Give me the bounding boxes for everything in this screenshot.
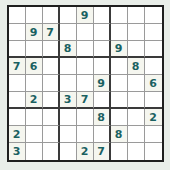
sudoku-cell-r2c3: 7: [43, 24, 60, 41]
sudoku-cell-r4c8: 8: [128, 58, 145, 75]
sudoku-cell-r5c9: 6: [145, 75, 162, 92]
sudoku-cell-r5c6: 9: [94, 75, 111, 92]
sudoku-cell-r2c5[interactable]: [77, 24, 94, 41]
sudoku-cell-r4c1: 7: [9, 58, 26, 75]
sudoku-cell-r8c6[interactable]: [94, 126, 111, 143]
sudoku-cell-r8c8[interactable]: [128, 126, 145, 143]
sudoku-cell-r4c3[interactable]: [43, 58, 60, 75]
sudoku-cell-r7c7[interactable]: [111, 109, 128, 126]
sudoku-cell-r7c9: 2: [145, 109, 162, 126]
sudoku-cell-r7c6: 8: [94, 109, 111, 126]
sudoku-cell-r9c7[interactable]: [111, 143, 128, 160]
sudoku-cell-r3c7: 9: [111, 41, 128, 58]
sudoku-cell-r1c8[interactable]: [128, 7, 145, 24]
sudoku-cell-r7c2[interactable]: [26, 109, 43, 126]
sudoku-cell-r5c2[interactable]: [26, 75, 43, 92]
sudoku-cell-r9c2[interactable]: [26, 143, 43, 160]
sudoku-board: 99789768962378228327: [7, 5, 164, 162]
sudoku-cell-r3c8[interactable]: [128, 41, 145, 58]
sudoku-cell-r3c5[interactable]: [77, 41, 94, 58]
sudoku-cell-r1c9[interactable]: [145, 7, 162, 24]
sudoku-cell-r9c6: 7: [94, 143, 111, 160]
sudoku-cell-r5c7[interactable]: [111, 75, 128, 92]
sudoku-cell-r2c2: 9: [26, 24, 43, 41]
sudoku-cell-r1c2[interactable]: [26, 7, 43, 24]
sudoku-cell-r9c9[interactable]: [145, 143, 162, 160]
sudoku-cell-r1c4[interactable]: [60, 7, 77, 24]
sudoku-cell-r6c2: 2: [26, 92, 43, 109]
sudoku-cell-r7c1[interactable]: [9, 109, 26, 126]
sudoku-cell-r5c1[interactable]: [9, 75, 26, 92]
sudoku-cell-r6c1[interactable]: [9, 92, 26, 109]
sudoku-cell-r3c2[interactable]: [26, 41, 43, 58]
sudoku-cell-r6c4: 3: [60, 92, 77, 109]
sudoku-cell-r1c1[interactable]: [9, 7, 26, 24]
sudoku-cell-r1c3[interactable]: [43, 7, 60, 24]
sudoku-cell-r3c9[interactable]: [145, 41, 162, 58]
sudoku-cell-r3c3[interactable]: [43, 41, 60, 58]
sudoku-cell-r3c1[interactable]: [9, 41, 26, 58]
sudoku-cell-r8c2[interactable]: [26, 126, 43, 143]
sudoku-cell-r1c5: 9: [77, 7, 94, 24]
sudoku-cell-r5c4[interactable]: [60, 75, 77, 92]
sudoku-cell-r4c5[interactable]: [77, 58, 94, 75]
sudoku-cell-r4c4[interactable]: [60, 58, 77, 75]
sudoku-cell-r3c6[interactable]: [94, 41, 111, 58]
sudoku-cell-r3c4: 8: [60, 41, 77, 58]
sudoku-cell-r9c1: 3: [9, 143, 26, 160]
sudoku-cell-r6c3[interactable]: [43, 92, 60, 109]
sudoku-cell-r7c4[interactable]: [60, 109, 77, 126]
sudoku-cell-r5c3[interactable]: [43, 75, 60, 92]
sudoku-cell-r8c7: 8: [111, 126, 128, 143]
sudoku-cell-r4c7[interactable]: [111, 58, 128, 75]
sudoku-cell-r7c8[interactable]: [128, 109, 145, 126]
sudoku-cell-r4c9[interactable]: [145, 58, 162, 75]
sudoku-cell-r1c6[interactable]: [94, 7, 111, 24]
sudoku-cell-r1c7[interactable]: [111, 7, 128, 24]
sudoku-cell-r2c1[interactable]: [9, 24, 26, 41]
sudoku-cell-r8c5[interactable]: [77, 126, 94, 143]
sudoku-cell-r2c8[interactable]: [128, 24, 145, 41]
sudoku-cell-r2c7[interactable]: [111, 24, 128, 41]
sudoku-cell-r8c9[interactable]: [145, 126, 162, 143]
sudoku-cell-r6c5: 7: [77, 92, 94, 109]
sudoku-cell-r4c2: 6: [26, 58, 43, 75]
sudoku-cell-r5c8[interactable]: [128, 75, 145, 92]
sudoku-cell-r7c3[interactable]: [43, 109, 60, 126]
sudoku-cell-r6c6[interactable]: [94, 92, 111, 109]
sudoku-cell-r8c4[interactable]: [60, 126, 77, 143]
sudoku-cell-r9c5: 2: [77, 143, 94, 160]
sudoku-cell-r6c8[interactable]: [128, 92, 145, 109]
sudoku-cell-r8c1: 2: [9, 126, 26, 143]
sudoku-cell-r5c5[interactable]: [77, 75, 94, 92]
sudoku-cell-r4c6[interactable]: [94, 58, 111, 75]
sudoku-cell-r7c5[interactable]: [77, 109, 94, 126]
sudoku-cell-r9c4[interactable]: [60, 143, 77, 160]
sudoku-cell-r2c9[interactable]: [145, 24, 162, 41]
sudoku-cell-r6c9[interactable]: [145, 92, 162, 109]
sudoku-cell-r6c7[interactable]: [111, 92, 128, 109]
sudoku-cell-r2c4[interactable]: [60, 24, 77, 41]
sudoku-cell-r9c8[interactable]: [128, 143, 145, 160]
sudoku-cell-r9c3[interactable]: [43, 143, 60, 160]
sudoku-cell-r8c3[interactable]: [43, 126, 60, 143]
sudoku-cell-r2c6[interactable]: [94, 24, 111, 41]
